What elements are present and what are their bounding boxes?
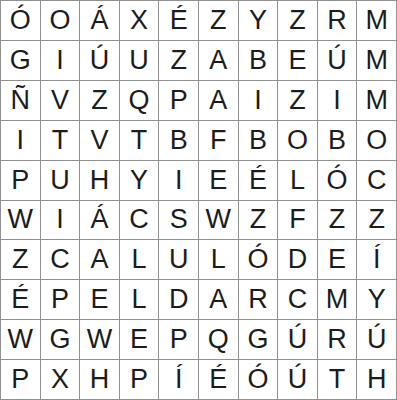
grid-cell[interactable]: I bbox=[1, 121, 40, 160]
grid-cell[interactable]: É bbox=[199, 360, 238, 399]
grid-cell[interactable]: F bbox=[278, 201, 317, 240]
grid-cell[interactable]: Z bbox=[278, 1, 317, 40]
grid-cell[interactable]: M bbox=[318, 280, 357, 319]
grid-cell[interactable]: Z bbox=[159, 41, 198, 80]
grid-cell[interactable]: G bbox=[1, 41, 40, 80]
grid-cell[interactable]: V bbox=[80, 121, 119, 160]
grid-cell[interactable]: L bbox=[120, 280, 159, 319]
grid-cell[interactable]: Y bbox=[120, 161, 159, 200]
grid-cell[interactable]: B bbox=[239, 121, 278, 160]
grid-cell[interactable]: Z bbox=[239, 201, 278, 240]
grid-cell[interactable]: R bbox=[318, 1, 357, 40]
grid-cell[interactable]: C bbox=[278, 280, 317, 319]
grid-cell[interactable]: Á bbox=[80, 201, 119, 240]
grid-cell[interactable]: O bbox=[357, 121, 396, 160]
grid-cell[interactable]: S bbox=[159, 201, 198, 240]
grid-cell[interactable]: I bbox=[159, 161, 198, 200]
grid-cell[interactable]: A bbox=[199, 81, 238, 120]
grid-cell[interactable]: G bbox=[239, 320, 278, 359]
grid-cell[interactable]: É bbox=[239, 161, 278, 200]
grid-cell[interactable]: Y bbox=[239, 1, 278, 40]
grid-cell[interactable]: P bbox=[120, 360, 159, 399]
grid-cell[interactable]: H bbox=[80, 161, 119, 200]
grid-cell[interactable]: P bbox=[1, 161, 40, 200]
grid-cell[interactable]: Z bbox=[357, 201, 396, 240]
grid-cell[interactable]: D bbox=[278, 240, 317, 279]
grid-cell[interactable]: G bbox=[41, 320, 80, 359]
grid-cell[interactable]: Q bbox=[120, 81, 159, 120]
grid-cell[interactable]: W bbox=[1, 320, 40, 359]
grid-cell[interactable]: E bbox=[80, 280, 119, 319]
grid-cell[interactable]: Z bbox=[318, 201, 357, 240]
grid-cell[interactable]: Z bbox=[1, 240, 40, 279]
grid-cell[interactable]: M bbox=[357, 41, 396, 80]
grid-cell[interactable]: O bbox=[41, 1, 80, 40]
grid-cell[interactable]: X bbox=[120, 1, 159, 40]
grid-cell[interactable]: Q bbox=[199, 320, 238, 359]
grid-cell[interactable]: W bbox=[1, 201, 40, 240]
grid-cell[interactable]: C bbox=[41, 240, 80, 279]
grid-cell[interactable]: Ñ bbox=[1, 81, 40, 120]
grid-cell[interactable]: É bbox=[1, 280, 40, 319]
grid-cell[interactable]: C bbox=[120, 201, 159, 240]
grid-cell[interactable]: Ú bbox=[80, 41, 119, 80]
grid-cell[interactable]: I bbox=[318, 81, 357, 120]
grid-cell[interactable]: I bbox=[239, 81, 278, 120]
grid-cell[interactable]: I bbox=[41, 201, 80, 240]
grid-cell[interactable]: T bbox=[318, 360, 357, 399]
grid-cell[interactable]: L bbox=[278, 161, 317, 200]
grid-cell[interactable]: Í bbox=[357, 240, 396, 279]
grid-cell[interactable]: H bbox=[357, 360, 396, 399]
grid-cell[interactable]: B bbox=[159, 121, 198, 160]
grid-cell[interactable]: M bbox=[357, 81, 396, 120]
grid-cell[interactable]: Ú bbox=[278, 320, 317, 359]
grid-cell[interactable]: Ú bbox=[357, 320, 396, 359]
grid-cell[interactable]: E bbox=[120, 320, 159, 359]
grid-cell[interactable]: Ó bbox=[318, 161, 357, 200]
grid-cell[interactable]: Z bbox=[80, 81, 119, 120]
grid-cell[interactable]: T bbox=[41, 121, 80, 160]
grid-cell[interactable]: F bbox=[199, 121, 238, 160]
grid-cell[interactable]: P bbox=[159, 320, 198, 359]
grid-cell[interactable]: Z bbox=[199, 1, 238, 40]
grid-cell[interactable]: Ú bbox=[278, 360, 317, 399]
grid-cell[interactable]: U bbox=[159, 240, 198, 279]
grid-cell[interactable]: E bbox=[318, 240, 357, 279]
grid-cell[interactable]: H bbox=[80, 360, 119, 399]
grid-cell[interactable]: W bbox=[199, 201, 238, 240]
grid-cell[interactable]: U bbox=[41, 161, 80, 200]
grid-cell[interactable]: R bbox=[318, 320, 357, 359]
grid-cell[interactable]: Ó bbox=[239, 240, 278, 279]
grid-cell[interactable]: T bbox=[120, 121, 159, 160]
grid-cell[interactable]: W bbox=[80, 320, 119, 359]
grid-cell[interactable]: R bbox=[239, 280, 278, 319]
grid-cell[interactable]: P bbox=[159, 81, 198, 120]
grid-cell[interactable]: E bbox=[199, 161, 238, 200]
grid-cell[interactable]: M bbox=[357, 1, 396, 40]
grid-cell[interactable]: D bbox=[159, 280, 198, 319]
grid-cell[interactable]: Ó bbox=[239, 360, 278, 399]
grid-cell[interactable]: B bbox=[318, 121, 357, 160]
grid-cell[interactable]: O bbox=[278, 121, 317, 160]
grid-cell[interactable]: A bbox=[199, 280, 238, 319]
grid-cell[interactable]: Ú bbox=[318, 41, 357, 80]
grid-cell[interactable]: L bbox=[199, 240, 238, 279]
grid-cell[interactable]: A bbox=[80, 240, 119, 279]
grid-cell[interactable]: Í bbox=[159, 360, 198, 399]
grid-cell[interactable]: P bbox=[41, 280, 80, 319]
grid-cell[interactable]: X bbox=[41, 360, 80, 399]
grid-cell[interactable]: Z bbox=[278, 81, 317, 120]
word-search-board: ÓOÁXÉZYZRMGIÚUZABEÚMÑVZQPAIZIMITVTBFBOBO… bbox=[0, 0, 397, 400]
grid-cell[interactable]: P bbox=[1, 360, 40, 399]
grid-cell[interactable]: Ó bbox=[1, 1, 40, 40]
grid-cell[interactable]: I bbox=[41, 41, 80, 80]
grid-cell[interactable]: Á bbox=[80, 1, 119, 40]
grid-cell[interactable]: Y bbox=[357, 280, 396, 319]
grid-cell[interactable]: A bbox=[199, 41, 238, 80]
grid-cell[interactable]: V bbox=[41, 81, 80, 120]
grid-cell[interactable]: L bbox=[120, 240, 159, 279]
grid-cell[interactable]: B bbox=[239, 41, 278, 80]
grid-cell[interactable]: U bbox=[120, 41, 159, 80]
grid-cell[interactable]: C bbox=[357, 161, 396, 200]
grid-cell[interactable]: É bbox=[159, 1, 198, 40]
grid-cell[interactable]: E bbox=[278, 41, 317, 80]
